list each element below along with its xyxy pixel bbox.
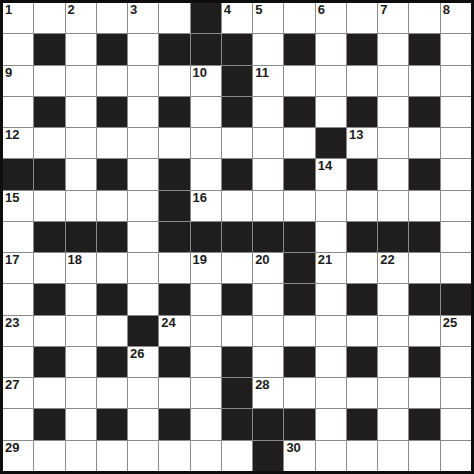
letter-cell[interactable] [66,97,96,127]
clue-number: 9 [5,66,12,81]
black-cell [347,97,377,127]
letter-cell[interactable] [222,253,252,283]
letter-cell[interactable] [159,378,189,408]
letter-cell[interactable] [378,66,408,96]
letter-cell[interactable] [409,191,439,221]
letter-cell[interactable] [128,97,158,127]
clue-number: 12 [5,128,19,143]
letter-cell[interactable] [66,378,96,408]
letter-cell[interactable] [347,191,377,221]
letter-cell[interactable] [316,34,346,64]
clue-number: 6 [318,3,325,18]
letter-cell[interactable] [378,128,408,158]
letter-cell[interactable] [316,97,346,127]
letter-cell[interactable]: 13 [347,128,377,158]
letter-cell[interactable] [316,191,346,221]
letter-cell[interactable] [159,66,189,96]
letter-cell[interactable] [347,3,377,33]
black-cell [159,191,189,221]
clue-number: 18 [68,253,82,268]
letter-cell[interactable] [378,284,408,314]
letter-cell[interactable] [347,66,377,96]
black-cell [159,284,189,314]
black-cell [159,409,189,439]
black-cell [222,284,252,314]
clue-number: 22 [380,253,394,268]
letter-cell[interactable] [441,222,471,252]
letter-cell[interactable] [34,253,64,283]
black-cell [222,347,252,377]
clue-number: 24 [161,316,175,331]
letter-cell[interactable] [191,441,221,471]
letter-cell[interactable] [159,3,189,33]
black-cell [97,34,127,64]
letter-cell[interactable]: 7 [378,3,408,33]
clue-number: 26 [130,347,144,362]
letter-cell[interactable] [159,253,189,283]
letter-cell[interactable] [66,316,96,346]
clue-number: 4 [224,3,231,18]
clue-number: 20 [255,253,269,268]
black-cell [347,159,377,189]
letter-cell[interactable] [3,34,33,64]
letter-cell[interactable] [347,441,377,471]
letter-cell[interactable] [409,3,439,33]
black-cell [347,409,377,439]
letter-cell[interactable]: 19 [191,253,221,283]
letter-cell[interactable] [378,316,408,346]
letter-cell[interactable] [3,409,33,439]
letter-cell[interactable]: 17 [3,253,33,283]
black-cell [284,222,314,252]
letter-cell[interactable] [253,191,283,221]
letter-cell[interactable] [66,409,96,439]
letter-cell[interactable] [128,284,158,314]
letter-cell[interactable]: 12 [3,128,33,158]
letter-cell[interactable] [441,441,471,471]
letter-cell[interactable]: 22 [378,253,408,283]
black-cell [284,253,314,283]
black-cell [347,284,377,314]
letter-cell[interactable] [222,316,252,346]
letter-cell[interactable] [409,66,439,96]
letter-cell[interactable] [191,97,221,127]
letter-cell[interactable] [34,441,64,471]
letter-cell[interactable] [441,409,471,439]
black-cell [253,441,283,471]
letter-cell[interactable] [378,97,408,127]
clue-number: 29 [5,441,19,456]
black-cell [409,222,439,252]
clue-number: 17 [5,253,19,268]
letter-cell[interactable]: 6 [316,3,346,33]
letter-cell[interactable] [316,441,346,471]
letter-cell[interactable] [409,128,439,158]
letter-cell[interactable] [284,191,314,221]
letter-cell[interactable] [34,66,64,96]
letter-cell[interactable] [191,409,221,439]
letter-cell[interactable] [222,191,252,221]
letter-cell[interactable] [66,128,96,158]
letter-cell[interactable] [97,378,127,408]
black-cell [159,222,189,252]
black-cell [222,66,252,96]
letter-cell[interactable] [284,316,314,346]
letter-cell[interactable] [34,128,64,158]
black-cell [222,97,252,127]
letter-cell[interactable] [66,347,96,377]
letter-cell[interactable]: 25 [441,316,471,346]
letter-cell[interactable]: 30 [284,441,314,471]
black-cell [409,97,439,127]
letter-cell[interactable] [441,378,471,408]
letter-cell[interactable] [128,34,158,64]
letter-cell[interactable]: 5 [253,3,283,33]
letter-cell[interactable] [128,378,158,408]
letter-cell[interactable] [316,66,346,96]
clue-number: 2 [68,3,75,18]
letter-cell[interactable] [34,316,64,346]
letter-cell[interactable]: 26 [128,347,158,377]
letter-cell[interactable]: 16 [191,191,221,221]
black-cell [441,284,471,314]
letter-cell[interactable]: 9 [3,66,33,96]
letter-cell[interactable] [191,284,221,314]
black-cell [253,409,283,439]
black-cell [347,347,377,377]
black-cell [409,347,439,377]
letter-cell[interactable] [191,316,221,346]
letter-cell[interactable] [159,128,189,158]
letter-cell[interactable] [66,34,96,64]
letter-cell[interactable] [128,159,158,189]
letter-cell[interactable] [3,347,33,377]
letter-cell[interactable]: 14 [316,159,346,189]
black-cell [97,347,127,377]
black-cell [222,34,252,64]
letter-cell[interactable] [378,347,408,377]
black-cell [97,97,127,127]
letter-cell[interactable] [378,191,408,221]
letter-cell[interactable] [66,441,96,471]
letter-cell[interactable] [441,128,471,158]
letter-cell[interactable] [191,159,221,189]
black-cell [97,159,127,189]
clue-number: 13 [349,128,363,143]
letter-cell[interactable] [97,441,127,471]
letter-cell[interactable] [378,409,408,439]
letter-cell[interactable]: 27 [3,378,33,408]
black-cell [66,222,96,252]
letter-cell[interactable]: 11 [253,66,283,96]
letter-cell[interactable] [128,441,158,471]
letter-cell[interactable]: 3 [128,3,158,33]
clue-number: 14 [318,159,332,174]
letter-cell[interactable] [128,409,158,439]
letter-cell[interactable] [34,191,64,221]
letter-cell[interactable] [253,284,283,314]
black-cell [253,222,283,252]
letter-cell[interactable] [316,316,346,346]
letter-cell[interactable] [66,284,96,314]
black-cell [191,3,221,33]
letter-cell[interactable] [316,284,346,314]
black-cell [34,97,64,127]
letter-cell[interactable] [316,222,346,252]
black-cell [3,159,33,189]
letter-cell[interactable] [378,34,408,64]
letter-cell[interactable] [191,128,221,158]
black-cell [222,378,252,408]
letter-cell[interactable]: 20 [253,253,283,283]
letter-cell[interactable] [378,441,408,471]
letter-cell[interactable] [34,3,64,33]
letter-cell[interactable] [97,66,127,96]
letter-cell[interactable] [34,378,64,408]
black-cell [284,34,314,64]
clue-number: 10 [193,66,207,81]
clue-number: 23 [5,316,19,331]
letter-cell[interactable]: 21 [316,253,346,283]
letter-cell[interactable] [253,34,283,64]
letter-cell[interactable] [97,316,127,346]
black-cell [222,409,252,439]
letter-cell[interactable] [347,316,377,346]
letter-cell[interactable]: 15 [3,191,33,221]
black-cell [409,284,439,314]
black-cell [409,34,439,64]
letter-cell[interactable] [441,253,471,283]
black-cell [34,159,64,189]
black-cell [222,222,252,252]
letter-cell[interactable] [191,378,221,408]
letter-cell[interactable] [97,191,127,221]
letter-cell[interactable] [253,159,283,189]
black-cell [34,222,64,252]
black-cell [34,409,64,439]
black-cell [34,347,64,377]
letter-cell[interactable] [66,159,96,189]
black-cell [347,222,377,252]
black-cell [159,97,189,127]
letter-cell[interactable]: 4 [222,3,252,33]
letter-cell[interactable] [284,66,314,96]
letter-cell[interactable] [316,347,346,377]
black-cell [284,409,314,439]
letter-cell[interactable] [128,222,158,252]
letter-cell[interactable] [316,378,346,408]
letter-cell[interactable] [284,3,314,33]
clue-number: 16 [193,191,207,206]
black-cell [128,316,158,346]
letter-cell[interactable] [222,128,252,158]
letter-cell[interactable] [3,284,33,314]
clue-number: 1 [5,3,12,18]
clue-number: 11 [255,66,269,81]
letter-cell[interactable] [191,347,221,377]
letter-cell[interactable] [441,191,471,221]
letter-cell[interactable]: 2 [66,3,96,33]
letter-cell[interactable] [253,316,283,346]
letter-cell[interactable] [347,253,377,283]
letter-cell[interactable] [66,66,96,96]
black-cell [409,159,439,189]
black-cell [159,347,189,377]
letter-cell[interactable]: 18 [66,253,96,283]
letter-cell[interactable] [128,66,158,96]
letter-cell[interactable]: 29 [3,441,33,471]
letter-cell[interactable] [128,191,158,221]
clue-number: 8 [443,3,450,18]
black-cell [191,222,221,252]
clue-number: 3 [130,3,137,18]
black-cell [34,34,64,64]
black-cell [159,159,189,189]
clue-number: 25 [443,316,457,331]
black-cell [97,284,127,314]
letter-cell[interactable] [253,347,283,377]
black-cell [284,284,314,314]
letter-cell[interactable] [66,191,96,221]
letter-cell[interactable] [409,316,439,346]
clue-number: 28 [255,378,269,393]
black-cell [347,34,377,64]
clue-number: 21 [318,253,332,268]
black-cell [409,409,439,439]
letter-cell[interactable]: 1 [3,3,33,33]
letter-cell[interactable]: 23 [3,316,33,346]
letter-cell[interactable] [441,347,471,377]
black-cell [284,97,314,127]
black-cell [159,34,189,64]
black-cell [284,159,314,189]
letter-cell[interactable] [253,128,283,158]
black-cell [222,159,252,189]
letter-cell[interactable] [378,159,408,189]
crossword-board: 1234567891011121314151617181920212223242… [0,0,474,474]
black-cell [284,347,314,377]
clue-number: 30 [286,441,300,456]
letter-cell[interactable] [128,128,158,158]
letter-cell[interactable] [128,253,158,283]
letter-cell[interactable] [409,441,439,471]
clue-number: 7 [380,3,387,18]
black-cell [97,222,127,252]
letter-cell[interactable] [97,3,127,33]
letter-cell[interactable]: 8 [441,3,471,33]
letter-cell[interactable] [97,253,127,283]
clue-number: 5 [255,3,262,18]
clue-number: 19 [193,253,207,268]
black-cell [316,128,346,158]
black-cell [191,34,221,64]
black-cell [34,284,64,314]
letter-cell[interactable] [441,159,471,189]
clue-number: 27 [5,378,19,393]
letter-cell[interactable]: 24 [159,316,189,346]
clue-number: 15 [5,191,19,206]
letter-cell[interactable] [378,378,408,408]
letter-cell[interactable] [441,97,471,127]
letter-cell[interactable] [409,378,439,408]
letter-cell[interactable] [316,409,346,439]
letter-cell[interactable] [222,441,252,471]
letter-cell[interactable]: 28 [253,378,283,408]
letter-cell[interactable]: 10 [191,66,221,96]
letter-cell[interactable] [3,222,33,252]
letter-cell[interactable] [441,66,471,96]
letter-cell[interactable] [97,128,127,158]
letter-cell[interactable] [284,378,314,408]
letter-cell[interactable] [159,441,189,471]
letter-cell[interactable] [253,97,283,127]
letter-cell[interactable] [3,97,33,127]
letter-cell[interactable] [441,34,471,64]
letter-cell[interactable] [347,378,377,408]
black-cell [97,409,127,439]
letter-cell[interactable] [409,253,439,283]
letter-cell[interactable] [284,128,314,158]
black-cell [378,222,408,252]
